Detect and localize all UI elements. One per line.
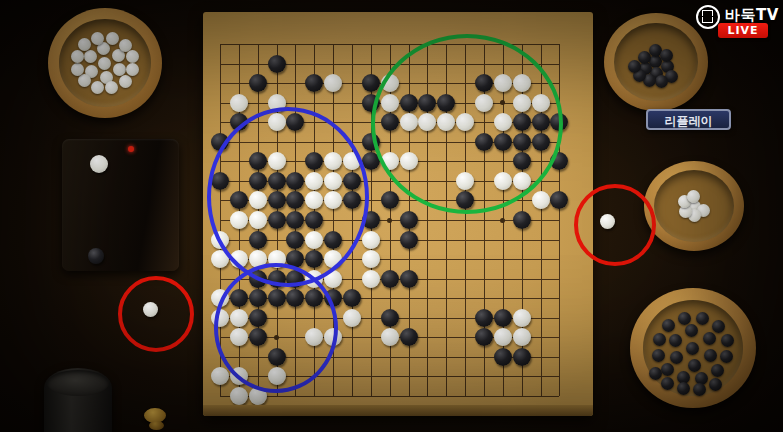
white-stone <box>324 250 342 268</box>
black-stone <box>400 211 418 229</box>
black-stone <box>286 211 304 229</box>
black-stone <box>475 74 493 92</box>
red-indicator-dot <box>128 146 134 152</box>
black-stone <box>494 309 512 327</box>
white-stone <box>230 94 248 112</box>
black-tray-stone <box>652 349 665 362</box>
black-stone <box>400 328 418 346</box>
white-stone <box>268 94 286 112</box>
star-point <box>387 218 392 223</box>
white-tray-stone <box>98 57 111 70</box>
black-stone <box>249 152 267 170</box>
black-stone <box>475 328 493 346</box>
white-stone <box>532 94 550 112</box>
black-stone <box>532 133 550 151</box>
white-stone <box>513 94 531 112</box>
black-stone <box>513 348 531 366</box>
white-stone <box>494 328 512 346</box>
white-tray-stone <box>78 74 91 87</box>
black-stone <box>249 328 267 346</box>
star-point <box>500 218 505 223</box>
black-stone <box>249 289 267 307</box>
baduktv-logo: 바둑TV LIVE <box>694 3 780 39</box>
black-tray-stone <box>720 350 733 363</box>
white-stone <box>400 113 418 131</box>
black-tray-stone <box>678 312 691 325</box>
white-stone <box>343 152 361 170</box>
white-stone <box>494 172 512 190</box>
white-stone <box>249 250 267 268</box>
black-stone <box>268 289 286 307</box>
white-stone <box>249 387 267 405</box>
white-stone <box>230 211 248 229</box>
black-stone <box>362 94 380 112</box>
white-stone <box>249 191 267 209</box>
white-stone <box>513 328 531 346</box>
black-stone <box>268 211 286 229</box>
right-lid-cavity <box>654 170 734 242</box>
black-stone <box>268 270 286 288</box>
white-stone <box>268 250 286 268</box>
black-stone <box>550 113 568 131</box>
black-stone-on-box <box>88 248 104 264</box>
black-stone <box>362 152 380 170</box>
star-point <box>500 100 505 105</box>
white-stone <box>230 387 248 405</box>
black-stone <box>418 94 436 112</box>
black-stone <box>286 172 304 190</box>
black-stone <box>286 250 304 268</box>
black-stone <box>343 172 361 190</box>
white-tray-stone <box>126 63 139 76</box>
dark-cup-top <box>47 370 109 396</box>
black-tray-stone <box>662 319 675 332</box>
black-stone <box>211 133 229 151</box>
baduktv-logo-icon <box>696 5 720 29</box>
white-stone <box>513 74 531 92</box>
black-stone <box>249 231 267 249</box>
grid-line-h <box>220 240 559 241</box>
white-stone <box>305 231 323 249</box>
black-stone <box>286 191 304 209</box>
white-stone <box>268 367 286 385</box>
black-stone <box>249 270 267 288</box>
right-red-circled-stone <box>600 214 615 229</box>
black-stone <box>475 133 493 151</box>
go-board <box>203 12 593 416</box>
black-stone <box>381 309 399 327</box>
white-stone <box>418 113 436 131</box>
black-stone <box>324 231 342 249</box>
grid-line-v <box>559 44 560 396</box>
white-stone <box>494 74 512 92</box>
black-tray-stone <box>670 351 683 364</box>
white-stone <box>249 211 267 229</box>
logo-glyph-bottom <box>702 17 713 23</box>
black-stone <box>494 133 512 151</box>
black-tray-stone <box>669 334 682 347</box>
white-stone <box>456 172 474 190</box>
white-tray-stone <box>105 81 118 94</box>
black-stone <box>513 113 531 131</box>
white-stone <box>437 113 455 131</box>
white-stone <box>230 250 248 268</box>
white-stone <box>305 328 323 346</box>
board-grid <box>203 12 593 416</box>
white-stone <box>324 172 342 190</box>
white-tray-stone <box>126 50 139 63</box>
black-stone <box>456 191 474 209</box>
black-stone <box>268 172 286 190</box>
black-tray-stone <box>677 382 690 395</box>
black-stone <box>381 191 399 209</box>
white-stone <box>362 250 380 268</box>
black-stone <box>230 191 248 209</box>
white-stone <box>381 152 399 170</box>
white-stone <box>456 113 474 131</box>
white-stone <box>305 270 323 288</box>
black-stone <box>305 152 323 170</box>
black-tray-stone <box>686 342 699 355</box>
black-tray-stone <box>712 320 725 333</box>
black-tray-stone <box>688 359 701 372</box>
black-stone <box>437 94 455 112</box>
replay-badge: 리플레이 <box>646 109 731 130</box>
black-stone <box>381 113 399 131</box>
white-stone <box>475 94 493 112</box>
black-stone <box>400 94 418 112</box>
white-stone <box>324 270 342 288</box>
white-stone <box>211 250 229 268</box>
white-stone <box>211 367 229 385</box>
black-stone <box>400 270 418 288</box>
gold-trinket-base <box>149 421 164 430</box>
bottom-right-bowl <box>630 288 756 408</box>
white-stone <box>211 309 229 327</box>
white-stone <box>494 113 512 131</box>
black-stone <box>286 113 304 131</box>
top-right-lid <box>604 13 708 111</box>
white-stone <box>324 74 342 92</box>
black-tray-stone <box>653 333 666 346</box>
white-tray-stone <box>113 63 126 76</box>
black-stone <box>211 172 229 190</box>
black-stone <box>400 231 418 249</box>
black-tray-stone <box>628 60 641 73</box>
black-stone <box>286 289 304 307</box>
black-stone <box>550 191 568 209</box>
white-stone <box>362 270 380 288</box>
black-stone <box>324 289 342 307</box>
top-left-bowl-cavity <box>59 19 150 107</box>
white-tray-stone <box>687 190 700 203</box>
white-stone <box>211 289 229 307</box>
white-stone <box>305 191 323 209</box>
white-tray-stone <box>106 32 119 45</box>
black-stone <box>249 74 267 92</box>
black-tray-stone <box>649 367 662 380</box>
right-lid <box>644 161 744 251</box>
white-stone <box>324 191 342 209</box>
live-badge: LIVE <box>718 23 768 38</box>
black-stone <box>268 55 286 73</box>
white-stone-on-box <box>90 155 108 173</box>
white-tray-stone <box>71 50 84 63</box>
black-tray-stone <box>655 75 668 88</box>
black-tray-stone <box>709 378 722 391</box>
white-stone <box>343 309 361 327</box>
black-tray-stone <box>685 324 698 337</box>
top-left-bowl <box>48 8 162 118</box>
white-stone <box>268 113 286 131</box>
top-right-lid-cavity <box>614 23 697 101</box>
black-tray-stone <box>721 334 734 347</box>
black-stone <box>305 74 323 92</box>
left-red-circled-stone <box>143 302 158 317</box>
grid-line-h <box>220 396 559 397</box>
white-stone <box>268 152 286 170</box>
black-stone <box>343 191 361 209</box>
white-tray-stone <box>91 81 104 94</box>
white-stone <box>532 191 550 209</box>
black-stone <box>305 289 323 307</box>
black-stone <box>513 152 531 170</box>
bottom-right-bowl-cavity <box>643 300 744 396</box>
white-stone <box>513 172 531 190</box>
broadcast-frame: 바둑TV LIVE 리플레이 <box>0 0 783 432</box>
white-stone <box>381 328 399 346</box>
black-stone <box>286 231 304 249</box>
black-stone <box>230 113 248 131</box>
black-stone <box>362 133 380 151</box>
black-stone <box>268 191 286 209</box>
white-stone <box>381 74 399 92</box>
black-tray-stone <box>661 377 674 390</box>
white-stone <box>211 231 229 249</box>
black-stone <box>513 133 531 151</box>
white-stone <box>513 309 531 327</box>
white-stone <box>324 152 342 170</box>
black-tray-stone <box>703 332 716 345</box>
black-stone <box>381 270 399 288</box>
black-stone <box>305 211 323 229</box>
white-stone <box>400 152 418 170</box>
black-stone <box>305 250 323 268</box>
black-tray-stone <box>704 349 717 362</box>
white-stone <box>362 231 380 249</box>
white-stone <box>230 367 248 385</box>
black-stone <box>343 289 361 307</box>
board-side-edge <box>203 405 593 416</box>
black-stone <box>494 348 512 366</box>
dark-cup <box>44 368 112 432</box>
black-tray-stone <box>693 383 706 396</box>
black-stone <box>249 172 267 190</box>
white-stone <box>230 309 248 327</box>
black-tray-stone <box>661 363 674 376</box>
stone-box <box>62 139 179 271</box>
black-stone <box>249 309 267 327</box>
black-tray-stone <box>696 312 709 325</box>
black-stone <box>286 270 304 288</box>
black-stone <box>362 74 380 92</box>
logo-glyph-top <box>702 10 713 16</box>
black-stone <box>475 309 493 327</box>
white-stone <box>381 94 399 112</box>
black-stone <box>532 113 550 131</box>
star-point <box>274 335 279 340</box>
black-stone <box>230 289 248 307</box>
white-tray-stone <box>84 50 97 63</box>
black-stone <box>268 348 286 366</box>
white-stone <box>324 328 342 346</box>
white-stone <box>305 172 323 190</box>
white-tray-stone <box>71 63 84 76</box>
black-stone <box>550 152 568 170</box>
white-tray-stone <box>119 75 132 88</box>
grid-line-v <box>465 44 466 396</box>
black-stone <box>362 211 380 229</box>
black-tray-stone <box>711 364 724 377</box>
white-stone <box>230 328 248 346</box>
black-stone <box>513 211 531 229</box>
